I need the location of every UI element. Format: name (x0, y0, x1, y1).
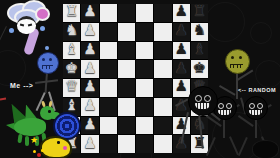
square-r8c2[interactable]: ♟ (81, 135, 98, 153)
pink-hairclip (35, 7, 50, 21)
square-r3c6[interactable] (154, 42, 171, 60)
square-r3c7[interactable]: ♟ (173, 42, 190, 60)
square-r2c1[interactable]: ♞ (63, 23, 80, 41)
piece-white-bishop[interactable]: ♝ (65, 42, 78, 57)
piece-white-pawn[interactable]: ♟ (83, 117, 96, 132)
board-sitter-figure (175, 80, 235, 158)
square-r3c4[interactable] (118, 42, 135, 60)
square-r8c3[interactable] (100, 135, 117, 153)
bubble (9, 28, 14, 33)
arm (175, 98, 188, 106)
square-r1c7[interactable]: ♟ (173, 4, 190, 22)
background-swirl (205, 2, 245, 42)
leg (198, 113, 203, 149)
me-label: Me --> (10, 82, 33, 89)
square-r2c8[interactable]: ♞ (191, 23, 208, 41)
snail-eye (57, 141, 60, 144)
square-r6c2[interactable]: ♟ (81, 98, 98, 116)
grill-mouth (42, 65, 53, 69)
square-r7c5[interactable] (136, 117, 153, 135)
piece-black-king[interactable]: ♚ (193, 61, 206, 76)
square-r2c7[interactable]: ♟ (173, 23, 190, 41)
apple (37, 153, 41, 157)
square-r4c1[interactable]: ♚ (63, 60, 80, 78)
curled-blob (252, 140, 279, 158)
smiley-head (244, 96, 268, 120)
square-r5c2[interactable]: ♟ (81, 79, 98, 97)
square-r8c5[interactable] (136, 135, 153, 153)
eye (20, 24, 24, 27)
bubble (40, 26, 45, 31)
piece-white-pawn[interactable]: ♟ (83, 136, 96, 151)
eye (42, 58, 45, 61)
square-r3c8[interactable]: ♝ (191, 42, 208, 60)
piece-white-pawn[interactable]: ♟ (83, 4, 96, 19)
piece-black-knight[interactable]: ♞ (193, 23, 206, 38)
eye (28, 24, 32, 27)
piece-white-pawn[interactable]: ♟ (83, 79, 96, 94)
square-r3c5[interactable] (136, 42, 153, 60)
piece-white-pawn[interactable]: ♟ (83, 42, 96, 57)
square-r6c6[interactable] (154, 98, 171, 116)
square-r8c6[interactable] (154, 135, 171, 153)
me-head (37, 52, 59, 74)
square-r2c2[interactable]: ♟ (81, 23, 98, 41)
square-r7c4[interactable] (118, 117, 135, 135)
yellow-dot (41, 149, 44, 152)
piece-black-pawn[interactable]: ♟ (174, 4, 187, 19)
square-r7c6[interactable] (154, 117, 171, 135)
toothy-grin (195, 103, 210, 109)
dragon-leg (17, 134, 22, 143)
piece-white-knight[interactable]: ♞ (65, 23, 78, 38)
square-r5c5[interactable] (136, 79, 153, 97)
square-r1c4[interactable] (118, 4, 135, 22)
square-r5c6[interactable] (154, 79, 171, 97)
square-r2c5[interactable] (136, 23, 153, 41)
square-r5c4[interactable] (118, 79, 135, 97)
piece-black-pawn[interactable]: ♟ (174, 23, 187, 38)
dragon-horn (48, 101, 52, 107)
leg (180, 112, 188, 144)
square-r5c3[interactable] (100, 79, 117, 97)
eye (257, 103, 263, 109)
square-r1c2[interactable]: ♟ (81, 4, 98, 22)
eye (249, 103, 255, 109)
square-r4c3[interactable] (100, 60, 117, 78)
torso (45, 72, 48, 93)
square-r4c8[interactable]: ♚ (191, 60, 208, 78)
piece-white-queen[interactable]: ♛ (65, 79, 78, 94)
torso (255, 118, 257, 138)
piece-black-pawn[interactable]: ♟ (174, 42, 187, 57)
square-r6c3[interactable] (100, 98, 117, 116)
square-r4c5[interactable] (136, 60, 153, 78)
yellow-dot (33, 150, 36, 153)
square-r3c3[interactable] (100, 42, 117, 60)
eye (239, 56, 242, 59)
eye (195, 95, 202, 102)
dragon-horn (41, 101, 46, 108)
pink-dot (63, 146, 67, 150)
girl-face (17, 16, 36, 34)
eye (49, 58, 52, 61)
square-r7c2[interactable]: ♟ (81, 117, 98, 135)
piece-black-rook[interactable]: ♜ (193, 4, 206, 19)
piece-black-pawn[interactable]: ♟ (174, 61, 187, 76)
piece-black-bishop[interactable]: ♝ (193, 42, 206, 57)
piece-white-pawn[interactable]: ♟ (83, 23, 96, 38)
eye (231, 56, 234, 59)
square-r2c6[interactable] (154, 23, 171, 41)
piece-white-pawn[interactable]: ♟ (83, 98, 96, 113)
random-head (225, 49, 250, 74)
square-r1c1[interactable]: ♜ (63, 4, 80, 22)
snail-character: ★ (28, 108, 80, 158)
star-sparkle: ★ (30, 136, 38, 145)
piece-white-pawn[interactable]: ♟ (83, 61, 96, 76)
square-r1c3[interactable] (100, 4, 117, 22)
square-r1c8[interactable]: ♜ (191, 4, 208, 22)
square-r6c5[interactable] (136, 98, 153, 116)
square-r4c7[interactable]: ♟ (173, 60, 190, 78)
game-stage: ♜♟♟♜♞♟♟♞♝♟♟♝♚♟♟♚♛♟♟♛♝♟♟♝♞♟♟♞♜♟♟♜ Me --> (0, 0, 280, 158)
square-r1c5[interactable] (136, 4, 153, 22)
square-r5c1[interactable]: ♛ (63, 79, 80, 97)
random-label: <-- RANDOM (238, 87, 276, 93)
toothy-grin (249, 110, 262, 115)
square-r4c6[interactable] (154, 60, 171, 78)
square-r7c3[interactable] (100, 117, 117, 135)
grill-mouth (230, 64, 243, 68)
piece-white-king[interactable]: ♚ (65, 61, 78, 76)
leg (238, 137, 248, 156)
square-r2c4[interactable] (118, 23, 135, 41)
square-r1c6[interactable] (154, 4, 171, 22)
square-r4c2[interactable]: ♟ (81, 60, 98, 78)
square-r2c3[interactable] (100, 23, 117, 41)
smiley-head (188, 86, 218, 116)
square-r6c4[interactable] (118, 98, 135, 116)
background-swirl (250, 22, 272, 44)
snail-body (40, 136, 72, 158)
square-r4c4[interactable] (118, 60, 135, 78)
square-r3c1[interactable]: ♝ (63, 42, 80, 60)
piece-white-rook[interactable]: ♜ (65, 4, 78, 19)
eye (204, 95, 211, 102)
square-r3c2[interactable]: ♟ (81, 42, 98, 60)
square-r8c4[interactable] (118, 135, 135, 153)
